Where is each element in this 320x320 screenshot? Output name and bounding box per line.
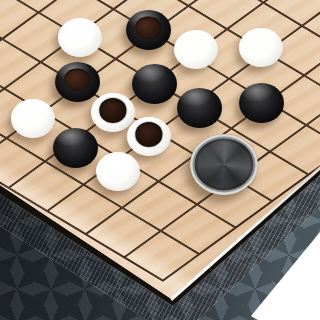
- go-stone-black-magnet[interactable]: [126, 10, 171, 50]
- magnet-spot: [99, 98, 126, 122]
- go-stone-white-magnet[interactable]: [91, 93, 135, 132]
- go-stone-black[interactable]: [239, 83, 284, 123]
- go-stone-black[interactable]: [53, 128, 98, 168]
- stone-bowl-lid[interactable]: [190, 134, 258, 195]
- go-stone-white[interactable]: [11, 99, 55, 138]
- go-stone-white[interactable]: [239, 28, 283, 67]
- go-stone-black[interactable]: [177, 88, 222, 128]
- go-stone-white[interactable]: [58, 18, 102, 57]
- go-stone-white[interactable]: [174, 30, 218, 69]
- pieces-layer: [0, 0, 320, 320]
- scene: [0, 0, 320, 320]
- magnet-spot: [135, 122, 162, 146]
- magnet-spot: [64, 68, 90, 91]
- go-stone-white-magnet[interactable]: [127, 117, 171, 156]
- magnet-spot: [135, 16, 161, 39]
- go-stone-black[interactable]: [132, 64, 177, 104]
- go-stone-black-magnet[interactable]: [55, 62, 100, 102]
- go-stone-white[interactable]: [96, 152, 140, 191]
